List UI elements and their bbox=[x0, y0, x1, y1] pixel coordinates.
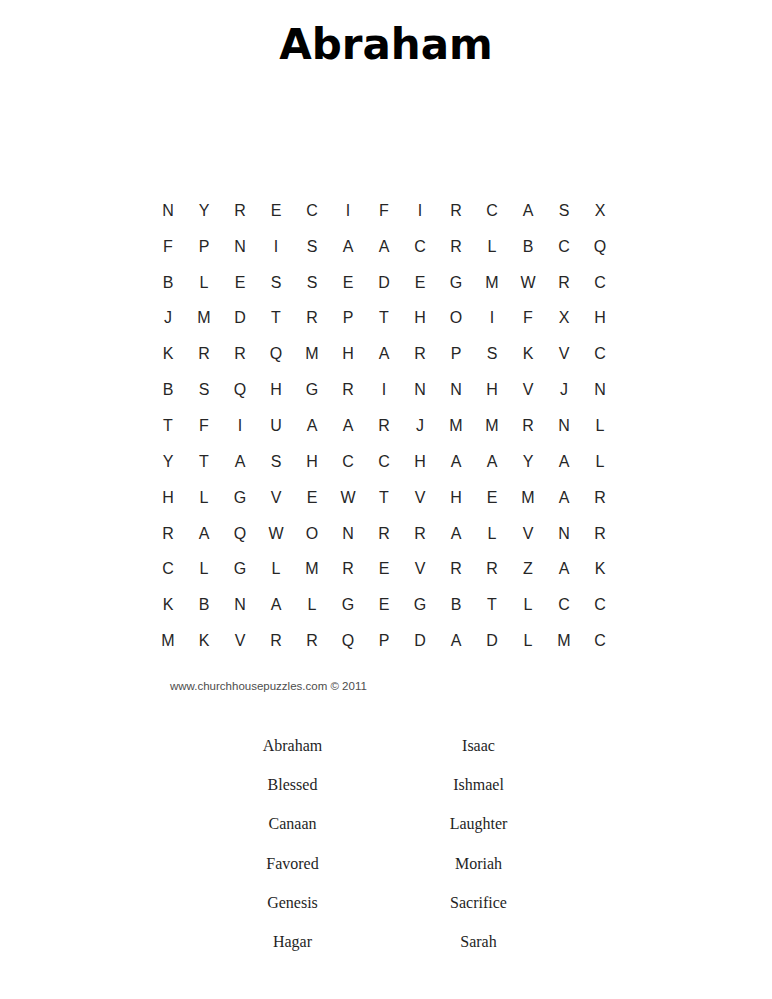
grid-cell: Q bbox=[258, 336, 294, 372]
grid-cell: F bbox=[150, 229, 186, 265]
grid-cell: H bbox=[474, 372, 510, 408]
grid-cell: R bbox=[474, 551, 510, 587]
grid-cell: R bbox=[402, 336, 438, 372]
grid-cell: J bbox=[150, 301, 186, 337]
grid-cell: N bbox=[546, 408, 582, 444]
word-list-item: Isaac bbox=[336, 726, 621, 765]
grid-cell: H bbox=[294, 444, 330, 480]
grid-cell: E bbox=[258, 193, 294, 229]
grid-cell: C bbox=[582, 587, 618, 623]
grid-cell: T bbox=[366, 301, 402, 337]
grid-cell: P bbox=[438, 336, 474, 372]
grid-cell: S bbox=[258, 444, 294, 480]
grid-cell: Q bbox=[582, 229, 618, 265]
grid-cell: V bbox=[402, 551, 438, 587]
word-list-right: IsaacIshmaelLaughterMoriahSacrificeSarah bbox=[336, 726, 621, 961]
grid-cell: R bbox=[258, 623, 294, 659]
grid-cell: I bbox=[258, 229, 294, 265]
grid-cell: K bbox=[186, 623, 222, 659]
word-list-item: Sacrifice bbox=[336, 883, 621, 922]
grid-cell: C bbox=[474, 193, 510, 229]
grid-cell: V bbox=[546, 336, 582, 372]
grid-cell: R bbox=[294, 623, 330, 659]
grid-cell: R bbox=[438, 193, 474, 229]
grid-cell: A bbox=[366, 229, 402, 265]
grid-cell: A bbox=[510, 193, 546, 229]
grid-cell: K bbox=[150, 587, 186, 623]
grid-cell: L bbox=[186, 551, 222, 587]
grid-cell: B bbox=[510, 229, 546, 265]
grid-cell: L bbox=[510, 587, 546, 623]
grid-cell: A bbox=[258, 587, 294, 623]
grid-cell: V bbox=[222, 623, 258, 659]
grid-cell: C bbox=[294, 193, 330, 229]
grid-cell: B bbox=[150, 265, 186, 301]
grid-cell: H bbox=[150, 480, 186, 516]
grid-cell: R bbox=[330, 372, 366, 408]
grid-cell: T bbox=[258, 301, 294, 337]
grid-cell: X bbox=[546, 301, 582, 337]
grid-cell: N bbox=[222, 229, 258, 265]
grid-cell: S bbox=[546, 193, 582, 229]
grid-cell: C bbox=[546, 587, 582, 623]
grid-cell: I bbox=[222, 408, 258, 444]
grid-cell: B bbox=[150, 372, 186, 408]
grid-cell: C bbox=[330, 444, 366, 480]
grid-cell: A bbox=[330, 408, 366, 444]
puzzle-page: Abraham NYRECIFIRCASXFPNISAACRLBCQBLESSE… bbox=[0, 0, 772, 999]
grid-cell: E bbox=[222, 265, 258, 301]
grid-cell: D bbox=[474, 623, 510, 659]
grid-cell: H bbox=[258, 372, 294, 408]
grid-cell: H bbox=[582, 301, 618, 337]
grid-cell: N bbox=[330, 516, 366, 552]
grid-cell: R bbox=[582, 516, 618, 552]
grid-cell: E bbox=[366, 551, 402, 587]
puzzle-title: Abraham bbox=[0, 24, 772, 66]
grid-cell: L bbox=[474, 229, 510, 265]
grid-cell: L bbox=[474, 516, 510, 552]
grid-cell: T bbox=[474, 587, 510, 623]
grid-cell: U bbox=[258, 408, 294, 444]
grid-cell: C bbox=[366, 444, 402, 480]
grid-cell: C bbox=[582, 623, 618, 659]
grid-cell: N bbox=[438, 372, 474, 408]
grid-cell: A bbox=[474, 444, 510, 480]
grid-cell: M bbox=[150, 623, 186, 659]
grid-cell: V bbox=[510, 516, 546, 552]
grid-cell: Y bbox=[150, 444, 186, 480]
grid-cell: A bbox=[438, 516, 474, 552]
grid-cell: E bbox=[402, 265, 438, 301]
word-list-item: Laughter bbox=[336, 804, 621, 843]
grid-cell: G bbox=[222, 480, 258, 516]
grid-cell: F bbox=[510, 301, 546, 337]
grid-cell: V bbox=[258, 480, 294, 516]
grid-cell: K bbox=[582, 551, 618, 587]
grid-cell: S bbox=[258, 265, 294, 301]
grid-cell: H bbox=[330, 336, 366, 372]
grid-cell: F bbox=[366, 193, 402, 229]
grid-cell: M bbox=[438, 408, 474, 444]
grid-cell: J bbox=[402, 408, 438, 444]
grid-cell: C bbox=[546, 229, 582, 265]
grid-cell: R bbox=[330, 551, 366, 587]
grid-cell: A bbox=[546, 444, 582, 480]
grid-cell: W bbox=[330, 480, 366, 516]
grid-cell: C bbox=[582, 265, 618, 301]
grid-cell: M bbox=[186, 301, 222, 337]
grid-cell: K bbox=[510, 336, 546, 372]
grid-cell: I bbox=[366, 372, 402, 408]
grid-cell: N bbox=[222, 587, 258, 623]
grid-cell: P bbox=[330, 301, 366, 337]
grid-cell: Z bbox=[510, 551, 546, 587]
grid-cell: L bbox=[186, 480, 222, 516]
grid-cell: A bbox=[546, 551, 582, 587]
grid-cell: M bbox=[294, 336, 330, 372]
grid-cell: R bbox=[294, 301, 330, 337]
grid-cell: A bbox=[186, 516, 222, 552]
grid-cell: A bbox=[366, 336, 402, 372]
word-list-item: Moriah bbox=[336, 844, 621, 883]
grid-cell: I bbox=[474, 301, 510, 337]
grid-cell: E bbox=[294, 480, 330, 516]
grid-cell: R bbox=[150, 516, 186, 552]
grid-cell: C bbox=[402, 229, 438, 265]
grid-cell: V bbox=[402, 480, 438, 516]
grid-cell: O bbox=[294, 516, 330, 552]
grid-cell: S bbox=[186, 372, 222, 408]
grid-cell: S bbox=[474, 336, 510, 372]
grid-cell: Q bbox=[222, 372, 258, 408]
word-list-item: Ishmael bbox=[336, 765, 621, 804]
grid-cell: L bbox=[258, 551, 294, 587]
grid-cell: O bbox=[438, 301, 474, 337]
grid-cell: A bbox=[294, 408, 330, 444]
grid-cell: A bbox=[438, 623, 474, 659]
grid-cell: D bbox=[222, 301, 258, 337]
grid-cell: R bbox=[402, 516, 438, 552]
grid-cell: H bbox=[402, 301, 438, 337]
grid-cell: Y bbox=[186, 193, 222, 229]
grid-cell: Q bbox=[330, 623, 366, 659]
grid-cell: L bbox=[582, 444, 618, 480]
grid-cell: T bbox=[150, 408, 186, 444]
grid-cell: G bbox=[330, 587, 366, 623]
grid-cell: R bbox=[366, 408, 402, 444]
grid-cell: N bbox=[582, 372, 618, 408]
grid-cell: B bbox=[438, 587, 474, 623]
grid-cell: R bbox=[222, 336, 258, 372]
grid-cell: P bbox=[186, 229, 222, 265]
grid-cell: P bbox=[366, 623, 402, 659]
grid-cell: T bbox=[366, 480, 402, 516]
grid-cell: Y bbox=[510, 444, 546, 480]
grid-cell: N bbox=[150, 193, 186, 229]
grid-cell: W bbox=[510, 265, 546, 301]
grid-cell: D bbox=[366, 265, 402, 301]
grid-cell: N bbox=[546, 516, 582, 552]
grid-cell: M bbox=[474, 408, 510, 444]
grid-cell: T bbox=[186, 444, 222, 480]
grid-cell: R bbox=[546, 265, 582, 301]
grid-cell: R bbox=[510, 408, 546, 444]
grid-cell: A bbox=[222, 444, 258, 480]
grid-cell: B bbox=[186, 587, 222, 623]
grid-cell: X bbox=[582, 193, 618, 229]
grid-cell: R bbox=[582, 480, 618, 516]
grid-cell: R bbox=[438, 229, 474, 265]
grid-cell: R bbox=[438, 551, 474, 587]
grid-cell: L bbox=[510, 623, 546, 659]
grid-cell: N bbox=[402, 372, 438, 408]
grid-cell: F bbox=[186, 408, 222, 444]
grid-cell: E bbox=[330, 265, 366, 301]
grid-cell: C bbox=[150, 551, 186, 587]
grid-cell: E bbox=[366, 587, 402, 623]
grid-cell: D bbox=[402, 623, 438, 659]
grid-cell: A bbox=[546, 480, 582, 516]
copyright-text: www.churchhousepuzzles.com © 2011 bbox=[170, 680, 367, 692]
grid-cell: M bbox=[294, 551, 330, 587]
grid-cell: Q bbox=[222, 516, 258, 552]
word-list-item: Sarah bbox=[336, 922, 621, 961]
grid-cell: W bbox=[258, 516, 294, 552]
grid-cell: H bbox=[438, 480, 474, 516]
grid-cell: M bbox=[474, 265, 510, 301]
grid-cell: A bbox=[438, 444, 474, 480]
grid-cell: H bbox=[402, 444, 438, 480]
grid-cell: K bbox=[150, 336, 186, 372]
word-search-grid: NYRECIFIRCASXFPNISAACRLBCQBLESSEDEGMWRCJ… bbox=[150, 193, 618, 659]
grid-cell: J bbox=[546, 372, 582, 408]
grid-cell: I bbox=[402, 193, 438, 229]
grid-cell: I bbox=[330, 193, 366, 229]
grid-cell: A bbox=[330, 229, 366, 265]
grid-cell: S bbox=[294, 265, 330, 301]
grid-cell: G bbox=[438, 265, 474, 301]
grid-cell: G bbox=[402, 587, 438, 623]
grid-cell: C bbox=[582, 336, 618, 372]
grid-cell: L bbox=[582, 408, 618, 444]
grid-cell: V bbox=[510, 372, 546, 408]
grid-cell: M bbox=[510, 480, 546, 516]
grid-cell: G bbox=[294, 372, 330, 408]
grid-cell: G bbox=[222, 551, 258, 587]
grid-cell: S bbox=[294, 229, 330, 265]
grid-cell: M bbox=[546, 623, 582, 659]
grid-cell: E bbox=[474, 480, 510, 516]
grid-cell: L bbox=[186, 265, 222, 301]
grid-cell: L bbox=[294, 587, 330, 623]
grid-cell: R bbox=[186, 336, 222, 372]
grid-cell: R bbox=[222, 193, 258, 229]
grid-cell: R bbox=[366, 516, 402, 552]
